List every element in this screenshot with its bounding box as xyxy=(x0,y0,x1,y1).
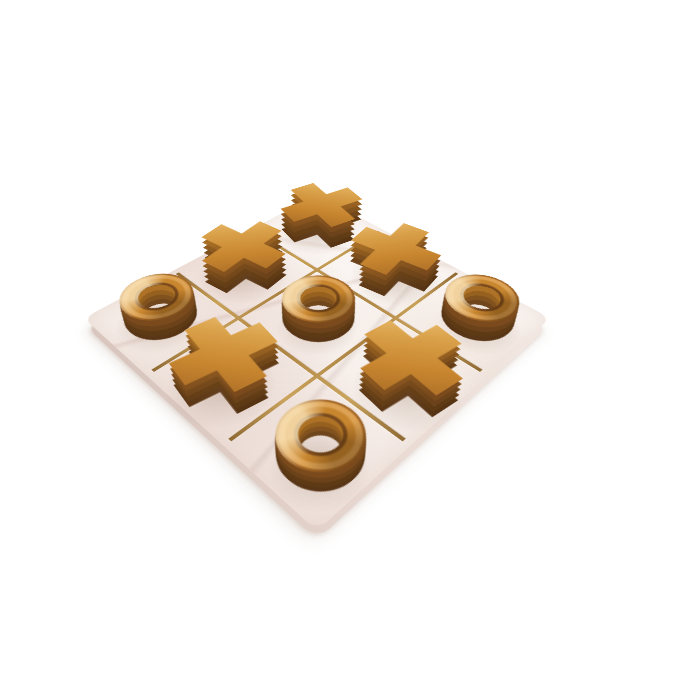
board-cells xyxy=(84,195,551,531)
marble-surface xyxy=(84,195,551,531)
photo-stage xyxy=(0,0,700,700)
o-piece[interactable] xyxy=(268,285,370,353)
tic-tac-toe-board xyxy=(84,195,551,531)
scene xyxy=(0,0,700,700)
